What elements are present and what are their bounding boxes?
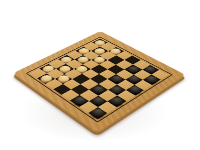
product-photo [0, 0, 200, 150]
